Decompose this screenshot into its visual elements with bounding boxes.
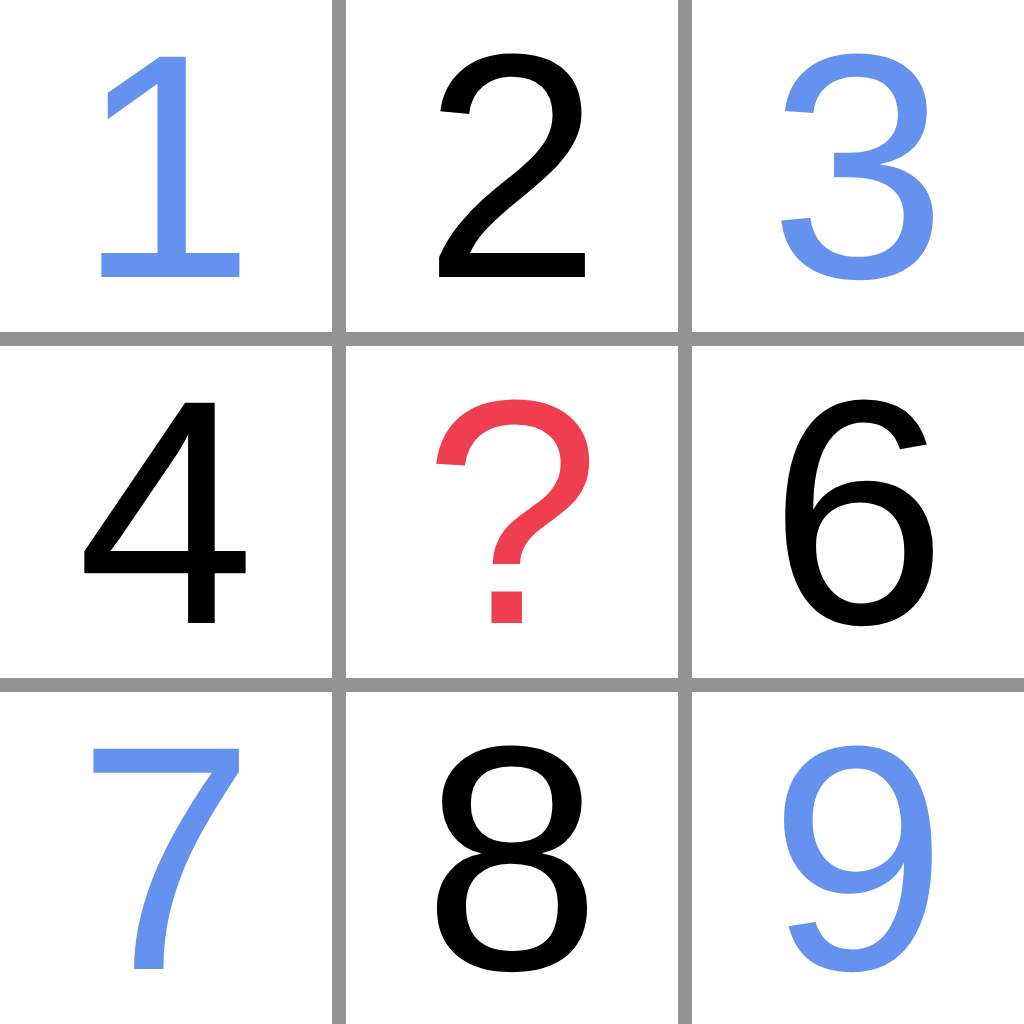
cell-value: 9: [769, 698, 947, 1018]
cell-value: 3: [769, 6, 947, 326]
cell-r1c2[interactable]: 2: [346, 0, 678, 332]
cell-r3c3[interactable]: 9: [692, 692, 1024, 1024]
unknown-value-question-mark: ?: [423, 352, 601, 672]
cell-r1c1[interactable]: 1: [0, 0, 332, 332]
cell-r2c2-unknown[interactable]: ?: [346, 346, 678, 678]
cell-value: 4: [77, 352, 255, 672]
cell-r3c2[interactable]: 8: [346, 692, 678, 1024]
cell-value: 6: [769, 352, 947, 672]
puzzle-board: 1 2 3 4 ? 6 7 8 9: [0, 0, 1024, 1024]
cell-r2c3[interactable]: 6: [692, 346, 1024, 678]
cell-value: 8: [423, 698, 601, 1018]
cell-value: 7: [77, 698, 255, 1018]
cell-r2c1[interactable]: 4: [0, 346, 332, 678]
cell-r1c3[interactable]: 3: [692, 0, 1024, 332]
cell-r3c1[interactable]: 7: [0, 692, 332, 1024]
cell-value: 1: [77, 6, 255, 326]
cell-value: 2: [423, 6, 601, 326]
